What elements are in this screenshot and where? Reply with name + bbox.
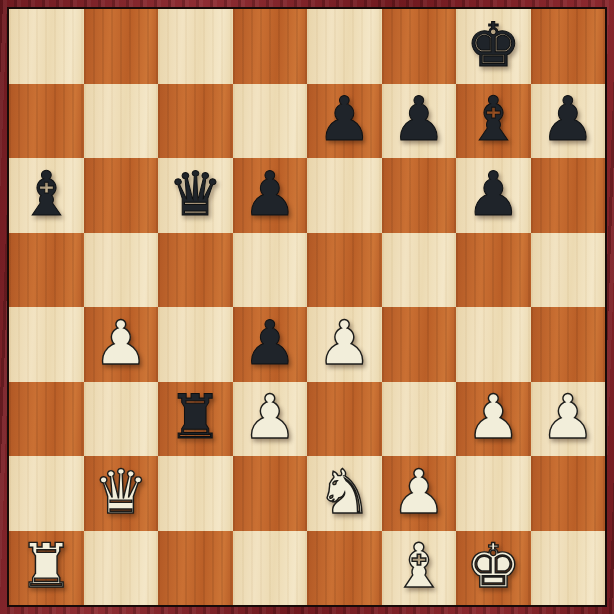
square-h5[interactable] bbox=[531, 233, 606, 308]
square-e2[interactable]: ♞ bbox=[307, 456, 382, 531]
white-bishop: ♝ bbox=[391, 535, 446, 596]
black-pawn: ♟ bbox=[317, 88, 372, 149]
square-f1[interactable]: ♝ bbox=[382, 531, 457, 606]
square-b6[interactable] bbox=[84, 158, 159, 233]
square-e5[interactable] bbox=[307, 233, 382, 308]
square-e7[interactable]: ♟ bbox=[307, 84, 382, 159]
black-bishop: ♝ bbox=[466, 88, 521, 149]
square-d1[interactable] bbox=[233, 531, 308, 606]
square-e8[interactable] bbox=[307, 9, 382, 84]
square-g2[interactable] bbox=[456, 456, 531, 531]
square-b3[interactable] bbox=[84, 382, 159, 457]
black-pawn: ♟ bbox=[391, 88, 446, 149]
black-pawn: ♟ bbox=[242, 312, 297, 373]
square-g3[interactable]: ♟ bbox=[456, 382, 531, 457]
white-pawn: ♟ bbox=[391, 461, 446, 522]
black-queen: ♛ bbox=[168, 163, 223, 224]
square-f5[interactable] bbox=[382, 233, 457, 308]
white-king: ♚ bbox=[466, 535, 521, 596]
square-d6[interactable]: ♟ bbox=[233, 158, 308, 233]
square-g6[interactable]: ♟ bbox=[456, 158, 531, 233]
board-frame: ♚♟♟♝♟♝♛♟♟♟♟♟♜♟♟♟♛♞♟♜♝♚ bbox=[0, 0, 614, 614]
square-b2[interactable]: ♛ bbox=[84, 456, 159, 531]
square-f7[interactable]: ♟ bbox=[382, 84, 457, 159]
square-a1[interactable]: ♜ bbox=[9, 531, 84, 606]
square-a6[interactable]: ♝ bbox=[9, 158, 84, 233]
square-h4[interactable] bbox=[531, 307, 606, 382]
square-c8[interactable] bbox=[158, 9, 233, 84]
square-d7[interactable] bbox=[233, 84, 308, 159]
square-f4[interactable] bbox=[382, 307, 457, 382]
square-a2[interactable] bbox=[9, 456, 84, 531]
white-pawn: ♟ bbox=[540, 386, 595, 447]
square-d3[interactable]: ♟ bbox=[233, 382, 308, 457]
square-c1[interactable] bbox=[158, 531, 233, 606]
square-h3[interactable]: ♟ bbox=[531, 382, 606, 457]
black-king: ♚ bbox=[466, 14, 521, 75]
black-pawn: ♟ bbox=[242, 163, 297, 224]
square-e4[interactable]: ♟ bbox=[307, 307, 382, 382]
white-rook: ♜ bbox=[19, 535, 74, 596]
square-g1[interactable]: ♚ bbox=[456, 531, 531, 606]
chess-board: ♚♟♟♝♟♝♛♟♟♟♟♟♜♟♟♟♛♞♟♜♝♚ bbox=[7, 7, 607, 607]
square-g8[interactable]: ♚ bbox=[456, 9, 531, 84]
square-e3[interactable] bbox=[307, 382, 382, 457]
white-pawn: ♟ bbox=[242, 386, 297, 447]
square-e1[interactable] bbox=[307, 531, 382, 606]
square-b1[interactable] bbox=[84, 531, 159, 606]
square-g7[interactable]: ♝ bbox=[456, 84, 531, 159]
black-rook: ♜ bbox=[168, 386, 223, 447]
square-h6[interactable] bbox=[531, 158, 606, 233]
square-a7[interactable] bbox=[9, 84, 84, 159]
white-pawn: ♟ bbox=[466, 386, 521, 447]
square-f2[interactable]: ♟ bbox=[382, 456, 457, 531]
square-c6[interactable]: ♛ bbox=[158, 158, 233, 233]
square-d2[interactable] bbox=[233, 456, 308, 531]
square-a5[interactable] bbox=[9, 233, 84, 308]
square-e6[interactable] bbox=[307, 158, 382, 233]
square-f6[interactable] bbox=[382, 158, 457, 233]
square-b8[interactable] bbox=[84, 9, 159, 84]
square-h7[interactable]: ♟ bbox=[531, 84, 606, 159]
square-d8[interactable] bbox=[233, 9, 308, 84]
white-pawn: ♟ bbox=[93, 312, 148, 373]
square-a4[interactable] bbox=[9, 307, 84, 382]
black-pawn: ♟ bbox=[466, 163, 521, 224]
square-c5[interactable] bbox=[158, 233, 233, 308]
square-f8[interactable] bbox=[382, 9, 457, 84]
square-a8[interactable] bbox=[9, 9, 84, 84]
square-d4[interactable]: ♟ bbox=[233, 307, 308, 382]
black-pawn: ♟ bbox=[540, 88, 595, 149]
square-c3[interactable]: ♜ bbox=[158, 382, 233, 457]
white-queen: ♛ bbox=[93, 461, 148, 522]
square-b5[interactable] bbox=[84, 233, 159, 308]
white-pawn: ♟ bbox=[317, 312, 372, 373]
square-h1[interactable] bbox=[531, 531, 606, 606]
square-h2[interactable] bbox=[531, 456, 606, 531]
square-c2[interactable] bbox=[158, 456, 233, 531]
square-c4[interactable] bbox=[158, 307, 233, 382]
square-h8[interactable] bbox=[531, 9, 606, 84]
square-b7[interactable] bbox=[84, 84, 159, 159]
white-knight: ♞ bbox=[317, 461, 372, 522]
square-a3[interactable] bbox=[9, 382, 84, 457]
square-d5[interactable] bbox=[233, 233, 308, 308]
square-c7[interactable] bbox=[158, 84, 233, 159]
square-g5[interactable] bbox=[456, 233, 531, 308]
square-g4[interactable] bbox=[456, 307, 531, 382]
black-bishop: ♝ bbox=[19, 163, 74, 224]
square-f3[interactable] bbox=[382, 382, 457, 457]
square-b4[interactable]: ♟ bbox=[84, 307, 159, 382]
